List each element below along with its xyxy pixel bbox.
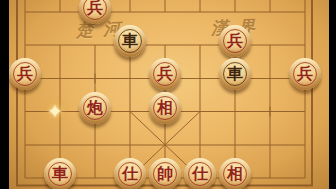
point-marker-h8 bbox=[265, 107, 275, 117]
sparkle-icon: ✦ bbox=[47, 100, 63, 122]
piece-glyph: 兵 bbox=[297, 66, 313, 82]
piece-red-d10[interactable]: 仕 bbox=[114, 158, 146, 189]
piece-red-g10[interactable]: 相 bbox=[219, 158, 251, 189]
point-marker-c7 bbox=[90, 74, 100, 84]
piece-red-e8[interactable]: 相 bbox=[149, 92, 181, 124]
piece-glyph: 兵 bbox=[227, 33, 243, 49]
piece-red-f10[interactable]: 仕 bbox=[184, 158, 216, 189]
piece-glyph: 車 bbox=[227, 66, 243, 82]
piece-red-b10[interactable]: 車 bbox=[44, 158, 76, 189]
piece-red-g6[interactable]: 兵 bbox=[219, 25, 251, 57]
piece-glyph: 兵 bbox=[157, 66, 173, 82]
piece-glyph: 車 bbox=[52, 166, 68, 182]
piece-glyph: 仕 bbox=[122, 166, 138, 182]
piece-red-c8[interactable]: 炮 bbox=[79, 92, 111, 124]
xiangqi-board[interactable]: 楚河 漢界 兵車兵兵兵車兵炮相車仕帥仕相 ✦ bbox=[0, 0, 336, 189]
letterbox-right-bar bbox=[329, 0, 336, 189]
piece-glyph: 仕 bbox=[192, 166, 208, 182]
piece-glyph: 兵 bbox=[87, 0, 103, 16]
piece-glyph: 帥 bbox=[157, 166, 173, 182]
piece-glyph: 兵 bbox=[17, 66, 33, 82]
piece-glyph: 炮 bbox=[87, 100, 103, 116]
letterbox-left-bar bbox=[0, 0, 9, 189]
piece-glyph: 相 bbox=[157, 100, 173, 116]
piece-red-e10[interactable]: 帥 bbox=[149, 158, 181, 189]
piece-black-d6[interactable]: 車 bbox=[114, 25, 146, 57]
piece-glyph: 相 bbox=[227, 166, 243, 182]
piece-glyph: 車 bbox=[122, 33, 138, 49]
